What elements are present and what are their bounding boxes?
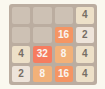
tile-r2c2: 8 — [55, 46, 73, 63]
tile-r2c3: 4 — [76, 46, 94, 63]
tile-r3c2: 16 — [55, 66, 73, 83]
tile-r1c1 — [33, 27, 51, 44]
tile-r3c3: 4 — [76, 66, 94, 83]
tile-r0c2 — [55, 7, 73, 24]
tile-r1c3: 2 — [76, 27, 94, 44]
tile-r2c0: 4 — [12, 46, 30, 63]
tile-r3c0: 2 — [12, 66, 30, 83]
tile-r2c1: 32 — [33, 46, 51, 63]
tile-r3c1: 8 — [33, 66, 51, 83]
tile-r0c1 — [33, 7, 51, 24]
2048-board[interactable]: 4 16 2 4 32 8 4 2 8 16 4 — [9, 4, 97, 85]
tile-r0c0 — [12, 7, 30, 24]
tile-r1c0 — [12, 27, 30, 44]
tile-r1c2: 16 — [55, 27, 73, 44]
tile-r0c3: 4 — [76, 7, 94, 24]
